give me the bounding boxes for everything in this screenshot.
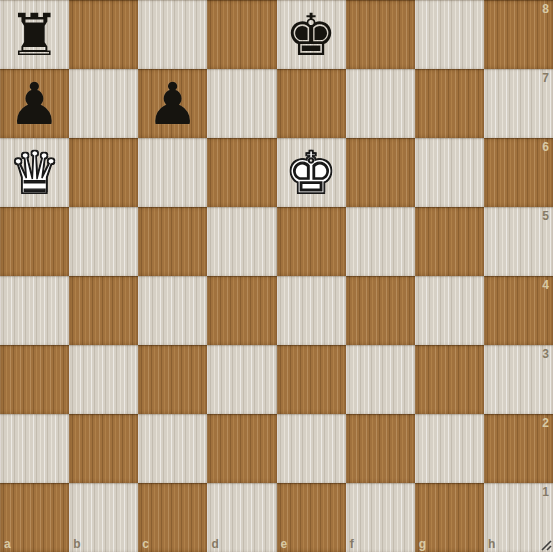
square-h4[interactable]: 4 <box>484 276 553 345</box>
rank-label-3: 3 <box>542 347 549 361</box>
file-label-c: c <box>142 537 149 551</box>
rank-label-2: 2 <box>542 416 549 430</box>
square-g4[interactable] <box>415 276 484 345</box>
square-a1[interactable]: a <box>0 483 69 552</box>
square-f2[interactable] <box>346 414 415 483</box>
file-label-f: f <box>350 537 354 551</box>
square-d8[interactable] <box>207 0 276 69</box>
square-c5[interactable] <box>138 207 207 276</box>
square-b4[interactable] <box>69 276 138 345</box>
black-pawn[interactable]: ♟ <box>138 69 207 138</box>
square-h3[interactable]: 3 <box>484 345 553 414</box>
black-pawn[interactable]: ♟ <box>0 69 69 138</box>
square-d5[interactable] <box>207 207 276 276</box>
file-label-g: g <box>419 537 426 551</box>
square-c3[interactable] <box>138 345 207 414</box>
square-b8[interactable] <box>69 0 138 69</box>
square-c7[interactable]: ♟ <box>138 69 207 138</box>
rank-label-1: 1 <box>542 485 549 499</box>
square-d2[interactable] <box>207 414 276 483</box>
square-a5[interactable] <box>0 207 69 276</box>
square-f5[interactable] <box>346 207 415 276</box>
square-g1[interactable]: g <box>415 483 484 552</box>
chess-board: ♜♚8♟♟7♛♚65432abcdefgh1 <box>0 0 553 552</box>
resize-handle-icon[interactable] <box>538 537 552 551</box>
square-c4[interactable] <box>138 276 207 345</box>
square-g7[interactable] <box>415 69 484 138</box>
square-c6[interactable] <box>138 138 207 207</box>
square-f6[interactable] <box>346 138 415 207</box>
square-e3[interactable] <box>277 345 346 414</box>
square-e2[interactable] <box>277 414 346 483</box>
rank-label-4: 4 <box>542 278 549 292</box>
square-c1[interactable]: c <box>138 483 207 552</box>
white-queen[interactable]: ♛ <box>0 138 69 207</box>
square-e4[interactable] <box>277 276 346 345</box>
square-b2[interactable] <box>69 414 138 483</box>
square-e5[interactable] <box>277 207 346 276</box>
square-d4[interactable] <box>207 276 276 345</box>
black-rook[interactable]: ♜ <box>0 0 69 69</box>
square-f4[interactable] <box>346 276 415 345</box>
square-g3[interactable] <box>415 345 484 414</box>
square-f8[interactable] <box>346 0 415 69</box>
square-g8[interactable] <box>415 0 484 69</box>
square-a6[interactable]: ♛ <box>0 138 69 207</box>
square-f1[interactable]: f <box>346 483 415 552</box>
square-e1[interactable]: e <box>277 483 346 552</box>
square-e8[interactable]: ♚ <box>277 0 346 69</box>
square-h2[interactable]: 2 <box>484 414 553 483</box>
square-b6[interactable] <box>69 138 138 207</box>
rank-label-5: 5 <box>542 209 549 223</box>
square-d6[interactable] <box>207 138 276 207</box>
square-g2[interactable] <box>415 414 484 483</box>
square-h5[interactable]: 5 <box>484 207 553 276</box>
square-g6[interactable] <box>415 138 484 207</box>
square-a4[interactable] <box>0 276 69 345</box>
square-a7[interactable]: ♟ <box>0 69 69 138</box>
file-label-e: e <box>281 537 288 551</box>
file-label-d: d <box>211 537 218 551</box>
square-d1[interactable]: d <box>207 483 276 552</box>
square-b1[interactable]: b <box>69 483 138 552</box>
square-a3[interactable] <box>0 345 69 414</box>
square-f3[interactable] <box>346 345 415 414</box>
file-label-h: h <box>488 537 495 551</box>
square-a8[interactable]: ♜ <box>0 0 69 69</box>
square-c8[interactable] <box>138 0 207 69</box>
file-label-a: a <box>4 537 11 551</box>
square-h6[interactable]: 6 <box>484 138 553 207</box>
square-c2[interactable] <box>138 414 207 483</box>
square-e7[interactable] <box>277 69 346 138</box>
white-king[interactable]: ♚ <box>277 138 346 207</box>
square-e6[interactable]: ♚ <box>277 138 346 207</box>
square-d7[interactable] <box>207 69 276 138</box>
square-h7[interactable]: 7 <box>484 69 553 138</box>
square-h8[interactable]: 8 <box>484 0 553 69</box>
file-label-b: b <box>73 537 80 551</box>
square-b3[interactable] <box>69 345 138 414</box>
rank-label-8: 8 <box>542 2 549 16</box>
square-d3[interactable] <box>207 345 276 414</box>
rank-label-7: 7 <box>542 71 549 85</box>
square-b5[interactable] <box>69 207 138 276</box>
black-king[interactable]: ♚ <box>277 0 346 69</box>
rank-label-6: 6 <box>542 140 549 154</box>
square-f7[interactable] <box>346 69 415 138</box>
square-g5[interactable] <box>415 207 484 276</box>
square-a2[interactable] <box>0 414 69 483</box>
square-b7[interactable] <box>69 69 138 138</box>
